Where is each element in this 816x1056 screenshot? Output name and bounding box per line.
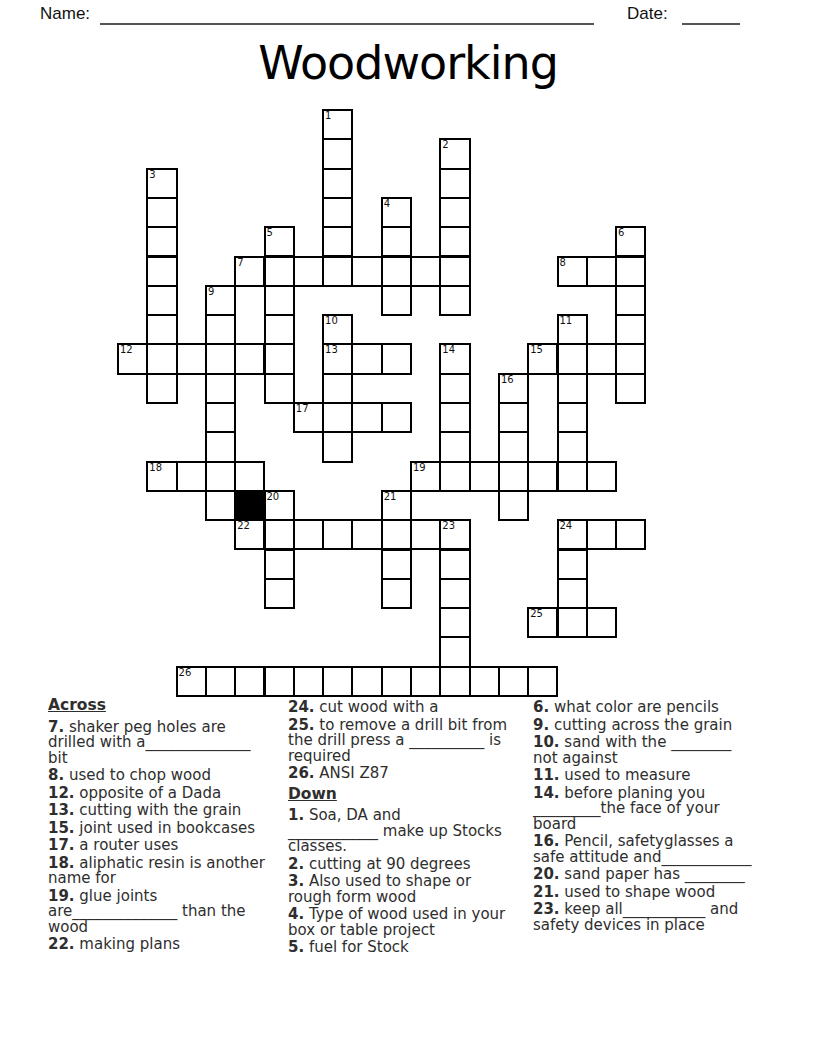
- clue-across-24: 24. cut wood with a: [288, 700, 531, 716]
- grid-cell[interactable]: [615, 285, 646, 316]
- clue-number: 5: [267, 228, 273, 238]
- clue-number: 17: [296, 404, 309, 414]
- grid-cell[interactable]: [205, 373, 236, 404]
- grid-cell[interactable]: [527, 461, 558, 492]
- grid-cell[interactable]: [146, 343, 177, 374]
- grid-cell[interactable]: [205, 314, 236, 345]
- grid-cell[interactable]: [557, 402, 588, 433]
- grid-cell[interactable]: [264, 256, 295, 287]
- grid-cell[interactable]: [557, 343, 588, 374]
- grid-cell[interactable]: [615, 373, 646, 404]
- grid-cell[interactable]: [322, 226, 353, 257]
- clue-across-15: 15. joint used in bookcases: [48, 821, 288, 837]
- grid-cell[interactable]: [410, 256, 441, 287]
- grid-cell[interactable]: [498, 402, 529, 433]
- clue-across-17: 17. a router uses: [48, 838, 288, 854]
- grid-cell[interactable]: [615, 256, 646, 287]
- grid-cell[interactable]: [557, 549, 588, 580]
- grid-cell[interactable]: [615, 519, 646, 550]
- grid-cell[interactable]: [322, 197, 353, 228]
- grid-cell[interactable]: [381, 226, 412, 257]
- date-blank-line[interactable]: [682, 4, 740, 25]
- clues-column-2: 24. cut wood with a25. to remove a drill…: [288, 700, 531, 958]
- across-header: Across: [48, 698, 288, 714]
- clue-down-4: 4. Type of wood used in your box or tabl…: [288, 907, 531, 938]
- grid-cell[interactable]: [293, 256, 324, 287]
- clues-column-1: Across7. shaker peg holes are drilled wi…: [48, 698, 288, 955]
- crossword-grid: 1234567891011121314151617181920212223242…: [117, 109, 647, 698]
- grid-cell[interactable]: [205, 343, 236, 374]
- grid-cell[interactable]: [439, 226, 470, 257]
- grid-cell[interactable]: [205, 490, 236, 521]
- clue-number: 13: [325, 345, 338, 355]
- grid-cell[interactable]: [439, 607, 470, 638]
- grid-cell[interactable]: [557, 373, 588, 404]
- grid-cell[interactable]: [234, 666, 265, 697]
- grid-cell[interactable]: [439, 431, 470, 462]
- worksheet-page: Name: Date: Woodworking 1234567891011121…: [0, 0, 816, 1056]
- grid-cell[interactable]: [264, 519, 295, 550]
- clue-number: 22: [237, 521, 250, 531]
- grid-cell[interactable]: [439, 461, 470, 492]
- grid-cell[interactable]: [439, 666, 470, 697]
- grid-cell[interactable]: [146, 226, 177, 257]
- grid-cell[interactable]: [439, 373, 470, 404]
- grid-cell[interactable]: [410, 666, 441, 697]
- grid-cell[interactable]: [381, 578, 412, 609]
- grid-cell[interactable]: [557, 607, 588, 638]
- grid-cell[interactable]: [586, 256, 617, 287]
- clue-number: 14: [442, 345, 455, 355]
- clue-number: 7: [237, 258, 243, 268]
- clue-number: 23: [442, 521, 455, 531]
- clues-column-3: 6. what color are pencils9. cutting acro…: [533, 700, 789, 935]
- grid-cell[interactable]: [205, 402, 236, 433]
- clue-number: 24: [560, 521, 573, 531]
- clue-across-7: 7. shaker peg holes are drilled with a__…: [48, 720, 288, 767]
- clue-down-1: 1. Soa, DA and ____________ make up Stoc…: [288, 808, 531, 855]
- grid-cell[interactable]: [381, 256, 412, 287]
- clue-across-22: 22. making plans: [48, 937, 288, 953]
- clue-number: 2: [442, 140, 448, 150]
- clue-down-14: 14. before planing you _________the face…: [533, 786, 789, 833]
- clue-number: 1: [325, 111, 331, 121]
- clue-across-8: 8. used to chop wood: [48, 768, 288, 784]
- clue-across-18: 18. aliphatic resin is another name for: [48, 856, 288, 887]
- grid-cell[interactable]: [146, 256, 177, 287]
- grid-cell[interactable]: [351, 519, 382, 550]
- grid-cell[interactable]: [264, 666, 295, 697]
- grid-cell[interactable]: [293, 519, 324, 550]
- clue-number: 19: [413, 463, 426, 473]
- name-blank-line[interactable]: [100, 4, 594, 25]
- grid-cell[interactable]: [176, 343, 207, 374]
- clue-number: 3: [149, 170, 155, 180]
- grid-cell[interactable]: [322, 373, 353, 404]
- grid-cell[interactable]: [498, 431, 529, 462]
- grid-cell[interactable]: [264, 578, 295, 609]
- clue-number: 11: [560, 316, 573, 326]
- clue-number: 6: [618, 228, 624, 238]
- clue-across-25: 25. to remove a drill bit from the drill…: [288, 718, 531, 765]
- clue-down-9: 9. cutting across the grain: [533, 718, 789, 734]
- grid-cell[interactable]: [557, 461, 588, 492]
- grid-cell[interactable]: [498, 490, 529, 521]
- grid-cell[interactable]: [557, 578, 588, 609]
- grid-cell[interactable]: [439, 402, 470, 433]
- clue-number: 20: [267, 492, 280, 502]
- grid-cell[interactable]: [381, 343, 412, 374]
- grid-cell[interactable]: [176, 461, 207, 492]
- grid-cell[interactable]: [381, 402, 412, 433]
- grid-cell[interactable]: [586, 343, 617, 374]
- clue-down-10: 10. sand with the ________ not against: [533, 735, 789, 766]
- grid-cell[interactable]: [439, 636, 470, 667]
- clue-down-3: 3. Also used to shape or rough form wood: [288, 874, 531, 905]
- clue-down-5: 5. fuel for Stock: [288, 940, 531, 956]
- grid-cell[interactable]: [205, 461, 236, 492]
- name-label: Name:: [40, 4, 90, 24]
- grid-cell[interactable]: [322, 666, 353, 697]
- grid-cell[interactable]: [351, 402, 382, 433]
- grid-cell[interactable]: [351, 343, 382, 374]
- blocked-cell: [234, 490, 265, 521]
- clue-across-26: 26. ANSI Z87: [288, 766, 531, 782]
- clue-across-13: 13. cutting with the grain: [48, 803, 288, 819]
- grid-cell[interactable]: [322, 138, 353, 169]
- grid-cell[interactable]: [498, 461, 529, 492]
- grid-cell[interactable]: [146, 197, 177, 228]
- grid-cell[interactable]: [322, 256, 353, 287]
- grid-cell[interactable]: [557, 431, 588, 462]
- grid-cell[interactable]: [146, 285, 177, 316]
- grid-cell[interactable]: [293, 666, 324, 697]
- clue-across-12: 12. opposite of a Dada: [48, 786, 288, 802]
- clue-down-20: 20. sand paper has ________: [533, 867, 789, 883]
- grid-cell[interactable]: [498, 666, 529, 697]
- grid-cell[interactable]: [205, 431, 236, 462]
- clue-down-2: 2. cutting at 90 degrees: [288, 857, 531, 873]
- clue-down-21: 21. used to shape wood: [533, 885, 789, 901]
- grid-cell[interactable]: [381, 549, 412, 580]
- grid-cell[interactable]: [381, 666, 412, 697]
- clue-number: 18: [149, 463, 162, 473]
- clue-number: 21: [384, 492, 397, 502]
- grid-cell[interactable]: [381, 285, 412, 316]
- grid-cell[interactable]: [146, 314, 177, 345]
- clue-number: 12: [120, 345, 133, 355]
- grid-cell[interactable]: [234, 461, 265, 492]
- grid-cell[interactable]: [615, 343, 646, 374]
- clue-down-6: 6. what color are pencils: [533, 700, 789, 716]
- grid-cell[interactable]: [439, 578, 470, 609]
- grid-cell[interactable]: [351, 256, 382, 287]
- grid-cell[interactable]: [381, 519, 412, 550]
- grid-cell[interactable]: [586, 607, 617, 638]
- grid-cell[interactable]: [469, 461, 500, 492]
- grid-cell[interactable]: [439, 256, 470, 287]
- grid-cell[interactable]: [351, 666, 382, 697]
- grid-cell[interactable]: [264, 373, 295, 404]
- clue-down-16: 16. Pencil, safetyglasses a safe attitud…: [533, 834, 789, 865]
- clue-number: 9: [208, 287, 214, 297]
- clue-down-11: 11. used to measure: [533, 768, 789, 784]
- grid-cell[interactable]: [264, 343, 295, 374]
- clue-number: 25: [530, 609, 543, 619]
- grid-cell[interactable]: [469, 666, 500, 697]
- grid-cell[interactable]: [439, 197, 470, 228]
- clue-number: 4: [384, 199, 390, 209]
- clue-number: 10: [325, 316, 338, 326]
- grid-cell[interactable]: [146, 373, 177, 404]
- grid-cell[interactable]: [264, 314, 295, 345]
- down-header: Down: [288, 787, 531, 803]
- grid-cell[interactable]: [322, 519, 353, 550]
- grid-cell[interactable]: [439, 168, 470, 199]
- clue-number: 16: [501, 375, 514, 385]
- grid-cell[interactable]: [322, 431, 353, 462]
- puzzle-title: Woodworking: [0, 36, 816, 90]
- grid-cell[interactable]: [586, 461, 617, 492]
- grid-cell[interactable]: [527, 666, 558, 697]
- clue-down-23: 23. keep all___________ and safety devic…: [533, 902, 789, 933]
- grid-cell[interactable]: [322, 168, 353, 199]
- clue-number: 15: [530, 345, 543, 355]
- grid-cell[interactable]: [615, 314, 646, 345]
- grid-cell[interactable]: [322, 402, 353, 433]
- grid-cell[interactable]: [439, 285, 470, 316]
- grid-cell[interactable]: [234, 343, 265, 374]
- grid-cell[interactable]: [439, 549, 470, 580]
- clue-across-19: 19. glue joints are______________ than t…: [48, 889, 288, 936]
- grid-cell[interactable]: [264, 549, 295, 580]
- clue-number: 8: [560, 258, 566, 268]
- clue-number: 26: [179, 668, 192, 678]
- grid-cell[interactable]: [410, 519, 441, 550]
- grid-cell[interactable]: [586, 519, 617, 550]
- grid-cell[interactable]: [264, 285, 295, 316]
- date-label: Date:: [627, 4, 668, 24]
- grid-cell[interactable]: [205, 666, 236, 697]
